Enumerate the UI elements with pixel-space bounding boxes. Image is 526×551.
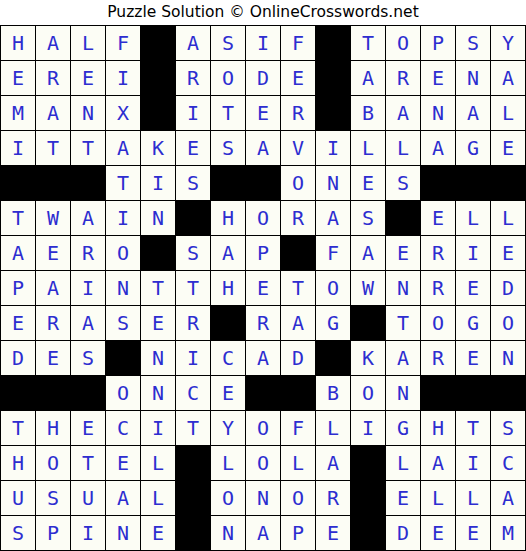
letter-cell-r11c7: E bbox=[211, 376, 245, 410]
letter-cell-r7c13: R bbox=[421, 236, 455, 270]
letter-cell-r13c2: O bbox=[36, 446, 70, 480]
letter-cell-r7c11: A bbox=[351, 236, 385, 270]
letter-cell-r14c13: L bbox=[421, 481, 455, 515]
letter-cell-r13c13: A bbox=[421, 446, 455, 480]
letter-cell-r8c6: T bbox=[176, 271, 210, 305]
black-cell-r5c1 bbox=[1, 166, 35, 200]
letter-cell-r2c7: O bbox=[211, 61, 245, 95]
letter-cell-r11c4: O bbox=[106, 376, 140, 410]
letter-cell-r14c10: R bbox=[316, 481, 350, 515]
letter-cell-r5c10: N bbox=[316, 166, 350, 200]
letter-cell-r6c13: E bbox=[421, 201, 455, 235]
black-cell-r11c15 bbox=[491, 376, 525, 410]
letter-cell-r4c15: E bbox=[491, 131, 525, 165]
letter-cell-r8c5: T bbox=[141, 271, 175, 305]
letter-cell-r14c5: L bbox=[141, 481, 175, 515]
letter-cell-r13c7: L bbox=[211, 446, 245, 480]
letter-cell-r2c3: E bbox=[71, 61, 105, 95]
letter-cell-r8c4: N bbox=[106, 271, 140, 305]
black-cell-r6c6 bbox=[176, 201, 210, 235]
black-cell-r3c10 bbox=[316, 96, 350, 130]
letter-cell-r9c3: A bbox=[71, 306, 105, 340]
black-cell-r6c12 bbox=[386, 201, 420, 235]
letter-cell-r3c14: A bbox=[456, 96, 490, 130]
black-cell-r7c5 bbox=[141, 236, 175, 270]
letter-cell-r1c6: A bbox=[176, 26, 210, 60]
black-cell-r15c11 bbox=[351, 516, 385, 550]
letter-cell-r12c3: E bbox=[71, 411, 105, 445]
letter-cell-r9c8: R bbox=[246, 306, 280, 340]
letter-cell-r15c3: I bbox=[71, 516, 105, 550]
puzzle-solution-page: Puzzle Solution © OnlineCrosswords.net H… bbox=[0, 0, 526, 551]
letter-cell-r3c1: M bbox=[1, 96, 35, 130]
letter-cell-r6c15: L bbox=[491, 201, 525, 235]
letter-cell-r4c10: I bbox=[316, 131, 350, 165]
letter-cell-r6c3: A bbox=[71, 201, 105, 235]
letter-cell-r1c13: P bbox=[421, 26, 455, 60]
letter-cell-r6c8: O bbox=[246, 201, 280, 235]
letter-cell-r13c4: E bbox=[106, 446, 140, 480]
letter-cell-r13c14: I bbox=[456, 446, 490, 480]
letter-cell-r12c2: H bbox=[36, 411, 70, 445]
letter-cell-r10c13: R bbox=[421, 341, 455, 375]
letter-cell-r4c6: E bbox=[176, 131, 210, 165]
letter-cell-r5c12: S bbox=[386, 166, 420, 200]
letter-cell-r6c2: W bbox=[36, 201, 70, 235]
letter-cell-r15c13: E bbox=[421, 516, 455, 550]
letter-cell-r7c15: E bbox=[491, 236, 525, 270]
letter-cell-r10c6: I bbox=[176, 341, 210, 375]
letter-cell-r2c15: A bbox=[491, 61, 525, 95]
letter-cell-r5c6: S bbox=[176, 166, 210, 200]
letter-cell-r8c9: T bbox=[281, 271, 315, 305]
black-cell-r5c14 bbox=[456, 166, 490, 200]
letter-cell-r7c14: I bbox=[456, 236, 490, 270]
letter-cell-r12c14: T bbox=[456, 411, 490, 445]
letter-cell-r12c13: H bbox=[421, 411, 455, 445]
black-cell-r11c2 bbox=[36, 376, 70, 410]
black-cell-r7c9 bbox=[281, 236, 315, 270]
letter-cell-r4c5: K bbox=[141, 131, 175, 165]
letter-cell-r9c1: E bbox=[1, 306, 35, 340]
letter-cell-r12c10: L bbox=[316, 411, 350, 445]
letter-cell-r8c11: W bbox=[351, 271, 385, 305]
letter-cell-r12c9: F bbox=[281, 411, 315, 445]
letter-cell-r4c1: I bbox=[1, 131, 35, 165]
letter-cell-r13c9: L bbox=[281, 446, 315, 480]
letter-cell-r3c9: R bbox=[281, 96, 315, 130]
black-cell-r2c10 bbox=[316, 61, 350, 95]
letter-cell-r15c8: A bbox=[246, 516, 280, 550]
black-cell-r2c5 bbox=[141, 61, 175, 95]
black-cell-r13c11 bbox=[351, 446, 385, 480]
letter-cell-r10c8: A bbox=[246, 341, 280, 375]
letter-cell-r14c15: A bbox=[491, 481, 525, 515]
letter-cell-r4c12: L bbox=[386, 131, 420, 165]
black-cell-r13c6 bbox=[176, 446, 210, 480]
letter-cell-r12c8: O bbox=[246, 411, 280, 445]
letter-cell-r7c3: R bbox=[71, 236, 105, 270]
letter-cell-r1c14: S bbox=[456, 26, 490, 60]
letter-cell-r13c3: T bbox=[71, 446, 105, 480]
letter-cell-r7c1: A bbox=[1, 236, 35, 270]
letter-cell-r8c1: P bbox=[1, 271, 35, 305]
black-cell-r5c2 bbox=[36, 166, 70, 200]
black-cell-r14c6 bbox=[176, 481, 210, 515]
letter-cell-r8c3: I bbox=[71, 271, 105, 305]
black-cell-r14c11 bbox=[351, 481, 385, 515]
letter-cell-r13c12: L bbox=[386, 446, 420, 480]
letter-cell-r8c7: H bbox=[211, 271, 245, 305]
letter-cell-r12c11: I bbox=[351, 411, 385, 445]
letter-cell-r8c14: E bbox=[456, 271, 490, 305]
letter-cell-r8c2: A bbox=[36, 271, 70, 305]
letter-cell-r1c3: L bbox=[71, 26, 105, 60]
letter-cell-r12c5: I bbox=[141, 411, 175, 445]
letter-cell-r14c9: O bbox=[281, 481, 315, 515]
black-cell-r10c10 bbox=[316, 341, 350, 375]
black-cell-r5c8 bbox=[246, 166, 280, 200]
letter-cell-r2c4: I bbox=[106, 61, 140, 95]
letter-cell-r10c14: E bbox=[456, 341, 490, 375]
letter-cell-r2c13: E bbox=[421, 61, 455, 95]
letter-cell-r4c2: T bbox=[36, 131, 70, 165]
letter-cell-r10c7: C bbox=[211, 341, 245, 375]
letter-cell-r1c1: H bbox=[1, 26, 35, 60]
letter-cell-r10c11: K bbox=[351, 341, 385, 375]
black-cell-r3c5 bbox=[141, 96, 175, 130]
letter-cell-r2c6: R bbox=[176, 61, 210, 95]
letter-cell-r11c5: N bbox=[141, 376, 175, 410]
black-cell-r1c10 bbox=[316, 26, 350, 60]
letter-cell-r4c9: V bbox=[281, 131, 315, 165]
letter-cell-r12c6: T bbox=[176, 411, 210, 445]
letter-cell-r5c11: E bbox=[351, 166, 385, 200]
letter-cell-r4c13: A bbox=[421, 131, 455, 165]
letter-cell-r2c12: R bbox=[386, 61, 420, 95]
letter-cell-r10c2: E bbox=[36, 341, 70, 375]
letter-cell-r8c10: O bbox=[316, 271, 350, 305]
letter-cell-r13c8: O bbox=[246, 446, 280, 480]
letter-cell-r4c11: L bbox=[351, 131, 385, 165]
letter-cell-r9c2: R bbox=[36, 306, 70, 340]
letter-cell-r2c9: E bbox=[281, 61, 315, 95]
letter-cell-r14c14: L bbox=[456, 481, 490, 515]
letter-cell-r12c4: C bbox=[106, 411, 140, 445]
letter-cell-r3c11: B bbox=[351, 96, 385, 130]
letter-cell-r3c7: T bbox=[211, 96, 245, 130]
letter-cell-r8c8: E bbox=[246, 271, 280, 305]
letter-cell-r14c2: S bbox=[36, 481, 70, 515]
letter-cell-r5c9: O bbox=[281, 166, 315, 200]
letter-cell-r1c4: F bbox=[106, 26, 140, 60]
letter-cell-r4c8: A bbox=[246, 131, 280, 165]
letter-cell-r7c2: E bbox=[36, 236, 70, 270]
letter-cell-r13c15: C bbox=[491, 446, 525, 480]
letter-cell-r11c12: N bbox=[386, 376, 420, 410]
letter-cell-r15c15: M bbox=[491, 516, 525, 550]
black-cell-r1c5 bbox=[141, 26, 175, 60]
letter-cell-r15c2: P bbox=[36, 516, 70, 550]
letter-cell-r14c12: E bbox=[386, 481, 420, 515]
letter-cell-r10c3: S bbox=[71, 341, 105, 375]
letter-cell-r9c12: T bbox=[386, 306, 420, 340]
letter-cell-r7c10: F bbox=[316, 236, 350, 270]
letter-cell-r9c4: S bbox=[106, 306, 140, 340]
letter-cell-r3c2: A bbox=[36, 96, 70, 130]
black-cell-r10c4 bbox=[106, 341, 140, 375]
letter-cell-r12c15: S bbox=[491, 411, 525, 445]
letter-cell-r9c13: O bbox=[421, 306, 455, 340]
letter-cell-r15c5: E bbox=[141, 516, 175, 550]
letter-cell-r6c9: R bbox=[281, 201, 315, 235]
letter-cell-r2c11: A bbox=[351, 61, 385, 95]
letter-cell-r1c15: Y bbox=[491, 26, 525, 60]
letter-cell-r9c5: E bbox=[141, 306, 175, 340]
letter-cell-r6c5: N bbox=[141, 201, 175, 235]
page-title: Puzzle Solution © OnlineCrosswords.net bbox=[0, 0, 526, 25]
black-cell-r9c11 bbox=[351, 306, 385, 340]
letter-cell-r8c13: R bbox=[421, 271, 455, 305]
letter-cell-r2c14: N bbox=[456, 61, 490, 95]
letter-cell-r1c8: I bbox=[246, 26, 280, 60]
letter-cell-r11c11: O bbox=[351, 376, 385, 410]
letter-cell-r15c14: E bbox=[456, 516, 490, 550]
black-cell-r5c7 bbox=[211, 166, 245, 200]
black-cell-r11c1 bbox=[1, 376, 35, 410]
letter-cell-r10c5: N bbox=[141, 341, 175, 375]
letter-cell-r9c6: R bbox=[176, 306, 210, 340]
black-cell-r11c14 bbox=[456, 376, 490, 410]
letter-cell-r15c4: N bbox=[106, 516, 140, 550]
black-cell-r5c15 bbox=[491, 166, 525, 200]
letter-cell-r9c15: O bbox=[491, 306, 525, 340]
letter-cell-r1c9: F bbox=[281, 26, 315, 60]
letter-cell-r15c9: P bbox=[281, 516, 315, 550]
letter-cell-r2c1: E bbox=[1, 61, 35, 95]
letter-cell-r3c3: N bbox=[71, 96, 105, 130]
letter-cell-r4c7: S bbox=[211, 131, 245, 165]
black-cell-r11c9 bbox=[281, 376, 315, 410]
letter-cell-r11c10: B bbox=[316, 376, 350, 410]
letter-cell-r14c8: N bbox=[246, 481, 280, 515]
letter-cell-r15c7: N bbox=[211, 516, 245, 550]
letter-cell-r9c10: G bbox=[316, 306, 350, 340]
black-cell-r11c3 bbox=[71, 376, 105, 410]
letter-cell-r6c1: T bbox=[1, 201, 35, 235]
letter-cell-r11c6: C bbox=[176, 376, 210, 410]
black-cell-r11c8 bbox=[246, 376, 280, 410]
letter-cell-r3c8: E bbox=[246, 96, 280, 130]
letter-cell-r3c4: X bbox=[106, 96, 140, 130]
letter-cell-r7c12: E bbox=[386, 236, 420, 270]
letter-cell-r8c15: D bbox=[491, 271, 525, 305]
letter-cell-r10c15: N bbox=[491, 341, 525, 375]
letter-cell-r1c12: O bbox=[386, 26, 420, 60]
black-cell-r5c3 bbox=[71, 166, 105, 200]
letter-cell-r1c11: T bbox=[351, 26, 385, 60]
letter-cell-r6c7: H bbox=[211, 201, 245, 235]
letter-cell-r9c9: A bbox=[281, 306, 315, 340]
letter-cell-r5c5: I bbox=[141, 166, 175, 200]
letter-cell-r9c14: G bbox=[456, 306, 490, 340]
letter-cell-r12c7: Y bbox=[211, 411, 245, 445]
letter-cell-r13c10: A bbox=[316, 446, 350, 480]
black-cell-r9c7 bbox=[211, 306, 245, 340]
letter-cell-r10c1: D bbox=[1, 341, 35, 375]
letter-cell-r14c7: O bbox=[211, 481, 245, 515]
black-cell-r15c6 bbox=[176, 516, 210, 550]
letter-cell-r2c2: R bbox=[36, 61, 70, 95]
letter-cell-r4c3: T bbox=[71, 131, 105, 165]
letter-cell-r3c6: I bbox=[176, 96, 210, 130]
letter-cell-r10c12: A bbox=[386, 341, 420, 375]
letter-cell-r14c1: U bbox=[1, 481, 35, 515]
letter-cell-r7c8: P bbox=[246, 236, 280, 270]
letter-cell-r6c14: L bbox=[456, 201, 490, 235]
letter-cell-r3c12: A bbox=[386, 96, 420, 130]
letter-cell-r6c4: I bbox=[106, 201, 140, 235]
letter-cell-r12c12: G bbox=[386, 411, 420, 445]
letter-cell-r7c6: S bbox=[176, 236, 210, 270]
letter-cell-r6c10: A bbox=[316, 201, 350, 235]
letter-cell-r12c1: T bbox=[1, 411, 35, 445]
black-cell-r11c13 bbox=[421, 376, 455, 410]
letter-cell-r4c14: G bbox=[456, 131, 490, 165]
letter-cell-r1c7: S bbox=[211, 26, 245, 60]
letter-cell-r15c10: E bbox=[316, 516, 350, 550]
letter-cell-r14c4: A bbox=[106, 481, 140, 515]
letter-cell-r7c4: O bbox=[106, 236, 140, 270]
letter-cell-r15c12: D bbox=[386, 516, 420, 550]
letter-cell-r10c9: D bbox=[281, 341, 315, 375]
letter-cell-r4c4: A bbox=[106, 131, 140, 165]
letter-cell-r3c15: L bbox=[491, 96, 525, 130]
letter-cell-r5c4: T bbox=[106, 166, 140, 200]
letter-cell-r2c8: D bbox=[246, 61, 280, 95]
letter-cell-r14c3: U bbox=[71, 481, 105, 515]
letter-cell-r7c7: A bbox=[211, 236, 245, 270]
letter-cell-r3c13: N bbox=[421, 96, 455, 130]
letter-cell-r6c11: S bbox=[351, 201, 385, 235]
letter-cell-r8c12: N bbox=[386, 271, 420, 305]
letter-cell-r13c5: L bbox=[141, 446, 175, 480]
black-cell-r5c13 bbox=[421, 166, 455, 200]
letter-cell-r1c2: A bbox=[36, 26, 70, 60]
letter-cell-r15c1: S bbox=[1, 516, 35, 550]
letter-cell-r13c1: H bbox=[1, 446, 35, 480]
crossword-grid: HALFASIFTOPSYEREIRODEARENAMANXITERBANALI… bbox=[0, 25, 526, 551]
